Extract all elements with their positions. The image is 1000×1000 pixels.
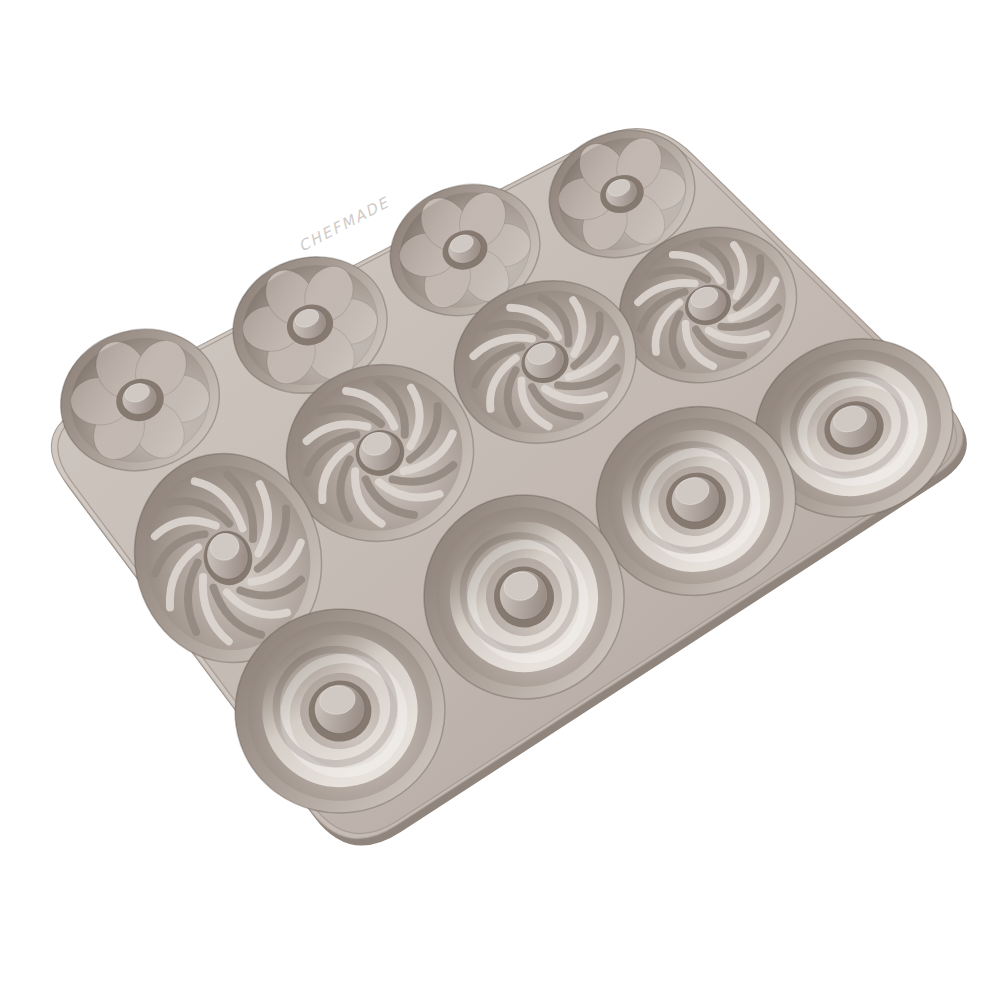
donut-pan-image: CHEFMADE xyxy=(0,0,1000,1000)
product-photo: CHEFMADE xyxy=(0,0,1000,1000)
embossed-brand-text: CHEFMADE xyxy=(296,193,394,255)
